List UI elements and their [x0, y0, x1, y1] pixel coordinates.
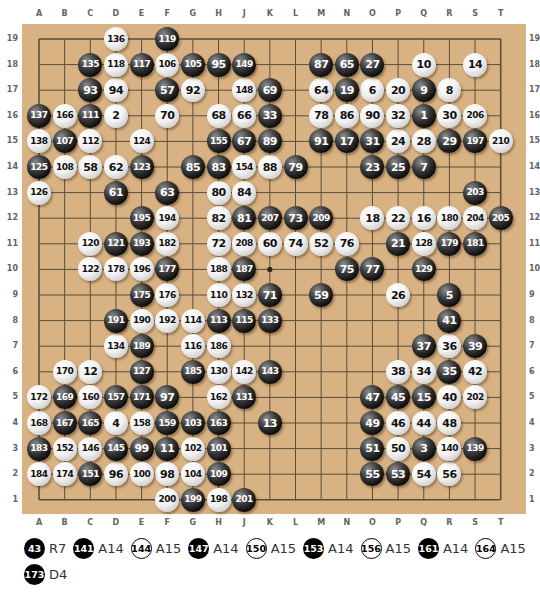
black-stone-icon: 43 [24, 538, 45, 559]
caption-point-label: R7 [49, 541, 66, 556]
stone-move-number: 105 [184, 60, 201, 69]
stone-move-number: 2 [112, 110, 119, 121]
stone-move-number: 169 [56, 393, 73, 402]
stone-move-number: 204 [466, 214, 483, 223]
stone[interactable]: 2 [104, 104, 128, 128]
stone-move-number: 78 [314, 110, 328, 121]
coordinate-label: 7 [529, 342, 540, 350]
caption-point-label: A14 [98, 541, 123, 556]
stone-move-number: 176 [159, 291, 176, 300]
coordinate-label: F [158, 10, 176, 18]
coordinate-label: 5 [2, 393, 18, 401]
stone[interactable]: 190 [130, 309, 154, 333]
stone-move-number: 40 [442, 392, 456, 403]
coordinate-label: H [210, 10, 228, 18]
coordinate-label: 2 [2, 470, 18, 478]
stone[interactable]: 28 [412, 129, 436, 153]
caption-entry: 147A14 [188, 538, 238, 559]
stone-move-number: 162 [210, 393, 227, 402]
stone-move-number: 42 [468, 366, 482, 377]
stone[interactable]: 62 [104, 155, 128, 179]
coordinate-label: S [466, 10, 484, 18]
stone[interactable]: 34 [412, 360, 436, 384]
stone[interactable]: 158 [130, 411, 154, 435]
coordinate-label: 14 [529, 163, 540, 171]
stone-move-number: 22 [391, 213, 405, 224]
stone[interactable]: 188 [207, 257, 231, 281]
stone[interactable]: 16 [412, 206, 436, 230]
stone-move-number: 140 [441, 444, 458, 453]
stone-move-number: 183 [30, 444, 47, 453]
coordinate-label: N [338, 10, 356, 18]
stone-move-number: 106 [159, 60, 176, 69]
stone-move-number: 30 [442, 110, 456, 121]
stone[interactable]: 196 [130, 257, 154, 281]
stone-move-number: 6 [369, 85, 376, 96]
stone-move-number: 182 [159, 239, 176, 248]
stone[interactable]: 154 [232, 155, 256, 179]
stone[interactable]: 111 [78, 104, 102, 128]
stone[interactable]: 15 [412, 385, 436, 409]
stone-move-number: 34 [417, 366, 431, 377]
stone[interactable]: 125 [27, 155, 51, 179]
caption-line-2: 173D4 [24, 564, 67, 585]
stone[interactable]: 66 [232, 104, 256, 128]
coordinate-label: 19 [529, 35, 540, 43]
stone[interactable]: 10 [412, 53, 436, 77]
coordinate-label: 6 [529, 368, 540, 376]
stone[interactable]: 102 [181, 437, 205, 461]
stone-move-number: 5 [446, 290, 453, 301]
stone-move-number: 165 [82, 419, 99, 428]
coordinate-label: A [30, 10, 48, 18]
stone-move-number: 12 [83, 366, 97, 377]
stone-move-number: 157 [107, 393, 124, 402]
stone-move-number: 57 [160, 85, 174, 96]
stone[interactable]: 50 [386, 437, 410, 461]
stone[interactable]: 26 [386, 283, 410, 307]
caption-point-label: A15 [500, 541, 525, 556]
stone[interactable]: 104 [181, 462, 205, 486]
stone[interactable]: 210 [489, 129, 513, 153]
stone-move-number: 130 [210, 367, 227, 376]
stone-move-number: 85 [186, 162, 200, 173]
stone-move-number: 20 [391, 85, 405, 96]
stone[interactable]: 208 [232, 232, 256, 256]
stone[interactable]: 175 [130, 283, 154, 307]
coordinate-label: 11 [2, 240, 18, 248]
stone[interactable]: 13 [258, 411, 282, 435]
stone-move-number: 67 [237, 136, 251, 147]
stone[interactable]: 142 [232, 360, 256, 384]
stone[interactable]: 205 [489, 206, 513, 230]
stone[interactable]: 168 [27, 411, 51, 435]
stone[interactable]: 117 [130, 53, 154, 77]
stone[interactable]: 166 [53, 104, 77, 128]
stone-move-number: 166 [56, 111, 73, 120]
stone-move-number: 16 [417, 213, 431, 224]
stone[interactable]: 171 [130, 385, 154, 409]
stone[interactable]: 146 [78, 437, 102, 461]
stone-move-number: 195 [133, 214, 150, 223]
stone-move-number: 86 [340, 110, 354, 121]
stone-move-number: 39 [468, 341, 482, 352]
stone[interactable]: 189 [130, 334, 154, 358]
stone[interactable]: 136 [104, 27, 128, 51]
stone[interactable]: 110 [207, 283, 231, 307]
stone[interactable]: 167 [53, 411, 77, 435]
stone[interactable]: 118 [104, 53, 128, 77]
stone-move-number: 121 [107, 239, 124, 248]
stone-move-number: 171 [133, 393, 150, 402]
stone[interactable]: 3 [412, 437, 436, 461]
stone[interactable]: 95 [207, 53, 231, 77]
stone-move-number: 154 [236, 163, 253, 172]
stone[interactable]: 174 [53, 462, 77, 486]
stone[interactable]: 54 [412, 462, 436, 486]
stone[interactable]: 183 [27, 437, 51, 461]
stone[interactable]: 192 [155, 309, 179, 333]
stone[interactable]: 80 [207, 181, 231, 205]
stone[interactable]: 60 [258, 232, 282, 256]
stone[interactable]: 106 [155, 53, 179, 77]
coordinate-label: O [363, 519, 381, 527]
stone[interactable]: 63 [155, 181, 179, 205]
caption-entry: 153A14 [303, 538, 353, 559]
stone[interactable]: 201 [232, 488, 256, 512]
stone-move-number: 158 [133, 419, 150, 428]
stone[interactable]: 185 [181, 360, 205, 384]
stone[interactable]: 127 [130, 360, 154, 384]
coordinate-label: N [338, 519, 356, 527]
stone-move-number: 58 [83, 162, 97, 173]
stone[interactable]: 72 [207, 232, 231, 256]
stone[interactable]: 135 [78, 53, 102, 77]
stone-move-number: 4 [112, 418, 119, 429]
stone[interactable]: 33 [258, 104, 282, 128]
stone-move-number: 107 [56, 137, 73, 146]
stone-move-number: 138 [30, 137, 47, 146]
stone[interactable]: 12 [78, 360, 102, 384]
stone[interactable]: 108 [53, 155, 77, 179]
stone[interactable]: 25 [386, 155, 410, 179]
coordinate-label: 13 [529, 189, 540, 197]
coordinate-label: 12 [529, 214, 540, 222]
caption-entry: 43R7 [24, 538, 66, 559]
stone[interactable]: 169 [53, 385, 77, 409]
stone[interactable]: 79 [284, 155, 308, 179]
stone[interactable]: 207 [258, 206, 282, 230]
stone-move-number: 175 [133, 291, 150, 300]
stone[interactable]: 32 [386, 104, 410, 128]
stone[interactable]: 162 [207, 385, 231, 409]
stone-move-number: 76 [340, 238, 354, 249]
stone[interactable]: 27 [360, 53, 384, 77]
stone[interactable]: 83 [207, 155, 231, 179]
white-stone-icon: 150 [246, 538, 267, 559]
coordinate-label: T [492, 519, 510, 527]
caption-point-label: D4 [49, 567, 67, 582]
caption-point-label: A14 [328, 541, 353, 556]
stone[interactable]: 94 [104, 78, 128, 102]
coordinate-label: G [184, 519, 202, 527]
stone-move-number: 15 [417, 392, 431, 403]
stone[interactable]: 44 [412, 411, 436, 435]
stone[interactable]: 155 [207, 129, 231, 153]
stone-move-number: 124 [133, 137, 150, 146]
stone[interactable]: 115 [232, 309, 256, 333]
stone[interactable]: 19 [335, 78, 359, 102]
stone[interactable]: 86 [335, 104, 359, 128]
stone-move-number: 98 [160, 469, 174, 480]
stone[interactable]: 41 [437, 309, 461, 333]
stone-move-number: 188 [210, 265, 227, 274]
stone[interactable]: 124 [130, 129, 154, 153]
stone-move-number: 191 [107, 316, 124, 325]
stone-move-number: 181 [466, 239, 483, 248]
stone-move-number: 109 [210, 470, 227, 479]
stone-move-number: 115 [236, 316, 253, 325]
stone[interactable]: 126 [27, 181, 51, 205]
coordinate-label: 18 [2, 61, 18, 69]
stone-move-number: 55 [365, 469, 379, 480]
stone[interactable]: 73 [284, 206, 308, 230]
coordinate-label: 4 [529, 419, 540, 427]
coordinate-label: Q [415, 519, 433, 527]
stone[interactable]: 14 [463, 53, 487, 77]
coordinate-label: B [56, 519, 74, 527]
stone-move-number: 100 [133, 470, 150, 479]
stone-move-number: 205 [492, 214, 509, 223]
stone[interactable]: 88 [258, 155, 282, 179]
stone[interactable]: 96 [104, 462, 128, 486]
stone[interactable]: 132 [232, 283, 256, 307]
coordinate-label: A [30, 519, 48, 527]
stone[interactable]: 85 [181, 155, 205, 179]
stone-move-number: 198 [210, 495, 227, 504]
stone-move-number: 123 [133, 163, 150, 172]
coordinate-label: L [287, 10, 305, 18]
stone[interactable]: 38 [386, 360, 410, 384]
stone[interactable]: 78 [309, 104, 333, 128]
stone[interactable]: 9 [412, 78, 436, 102]
stone-move-number: 46 [391, 418, 405, 429]
stone-move-number: 199 [184, 495, 201, 504]
coordinate-label: 6 [2, 368, 18, 376]
stone[interactable]: 68 [207, 104, 231, 128]
stone-move-number: 132 [236, 291, 253, 300]
coordinate-label: Q [415, 10, 433, 18]
stone[interactable]: 11 [155, 437, 179, 461]
stone[interactable]: 87 [309, 53, 333, 77]
stone[interactable]: 51 [360, 437, 384, 461]
stone-move-number: 87 [314, 59, 328, 70]
stone[interactable]: 182 [155, 232, 179, 256]
stone[interactable]: 65 [335, 53, 359, 77]
stone-move-number: 61 [109, 187, 123, 198]
stone-move-number: 35 [442, 366, 456, 377]
stone[interactable]: 206 [463, 104, 487, 128]
stone-move-number: 118 [107, 60, 124, 69]
stone-move-number: 159 [159, 419, 176, 428]
stone-move-number: 122 [82, 265, 99, 274]
stone-move-number: 27 [365, 59, 379, 70]
coordinate-label: 9 [2, 291, 18, 299]
stone-move-number: 32 [391, 110, 405, 121]
coordinate-label: C [81, 10, 99, 18]
stone-move-number: 88 [263, 162, 277, 173]
coordinate-label: 15 [2, 137, 18, 145]
stone[interactable]: 42 [463, 360, 487, 384]
stone[interactable]: 199 [181, 488, 205, 512]
coordinate-label: K [261, 519, 279, 527]
coordinate-label: R [440, 519, 458, 527]
stone[interactable]: 123 [130, 155, 154, 179]
stone[interactable]: 103 [181, 411, 205, 435]
coordinate-label: M [312, 519, 330, 527]
stone[interactable]: 129 [412, 257, 436, 281]
coordinate-label: 15 [529, 137, 540, 145]
stone[interactable]: 7 [412, 155, 436, 179]
stone[interactable]: 191 [104, 309, 128, 333]
stone[interactable]: 149 [232, 53, 256, 77]
stone[interactable]: 37 [412, 334, 436, 358]
black-stone-icon: 161 [418, 538, 439, 559]
stone-move-number: 185 [184, 367, 201, 376]
stone[interactable]: 203 [463, 181, 487, 205]
coordinate-label: D [107, 519, 125, 527]
stone[interactable]: 84 [232, 181, 256, 205]
stone[interactable]: 100 [130, 462, 154, 486]
stone-move-number: 91 [314, 136, 328, 147]
stone[interactable]: 186 [207, 334, 231, 358]
coordinate-label: 8 [529, 317, 540, 325]
coordinate-label: F [158, 519, 176, 527]
caption-line-1: 43R7141A14144A15147A14150A15153A14156A15… [24, 538, 526, 559]
stone[interactable]: 130 [207, 360, 231, 384]
stone-move-number: 192 [159, 316, 176, 325]
stone[interactable]: 52 [309, 232, 333, 256]
stone-move-number: 108 [56, 163, 73, 172]
stone[interactable]: 46 [386, 411, 410, 435]
stone-move-number: 128 [415, 239, 432, 248]
stone[interactable]: 139 [463, 437, 487, 461]
stone-move-number: 197 [466, 137, 483, 146]
stone[interactable]: 74 [284, 232, 308, 256]
stone-move-number: 193 [133, 239, 150, 248]
caption-entry: 164A15 [475, 538, 525, 559]
stone[interactable]: 143 [258, 360, 282, 384]
stone-move-number: 38 [391, 366, 405, 377]
stone-move-number: 194 [159, 214, 176, 223]
stone-move-number: 97 [160, 392, 174, 403]
stone[interactable]: 145 [104, 437, 128, 461]
coordinate-label: 1 [2, 496, 18, 504]
coordinate-label: E [133, 519, 151, 527]
stone-move-number: 101 [210, 444, 227, 453]
stone[interactable]: 69 [258, 78, 282, 102]
stone-move-number: 26 [391, 290, 405, 301]
stone[interactable]: 195 [130, 206, 154, 230]
stone[interactable]: 105 [181, 53, 205, 77]
stone[interactable]: 137 [27, 104, 51, 128]
stone[interactable]: 70 [155, 104, 179, 128]
stone[interactable]: 134 [104, 334, 128, 358]
caption-entry: 156A15 [361, 538, 411, 559]
stone-move-number: 117 [133, 60, 150, 69]
stone[interactable]: 193 [130, 232, 154, 256]
go-board[interactable]: 1234567891011121314151617181920212223242… [22, 24, 526, 514]
stone[interactable]: 170 [53, 360, 77, 384]
stone[interactable]: 184 [27, 462, 51, 486]
stone[interactable]: 92 [181, 78, 205, 102]
stone-move-number: 10 [417, 59, 431, 70]
stone-move-number: 48 [442, 418, 456, 429]
stone[interactable]: 163 [207, 411, 231, 435]
stone-move-number: 196 [133, 265, 150, 274]
coordinate-label: R [440, 10, 458, 18]
stone[interactable]: 120 [78, 232, 102, 256]
stone[interactable]: 107 [53, 129, 77, 153]
stone[interactable]: 101 [207, 437, 231, 461]
stone-move-number: 28 [417, 136, 431, 147]
coordinate-label: P [389, 519, 407, 527]
stone[interactable]: 61 [104, 181, 128, 205]
stone-move-number: 93 [83, 85, 97, 96]
stone-move-number: 90 [365, 110, 379, 121]
coordinate-label: E [133, 10, 151, 18]
stone[interactable]: 71 [258, 283, 282, 307]
stone[interactable]: 1 [412, 104, 436, 128]
stone[interactable]: 109 [207, 462, 231, 486]
stone[interactable]: 99 [130, 437, 154, 461]
stone-move-number: 19 [340, 85, 354, 96]
stone[interactable]: 21 [386, 232, 410, 256]
coordinate-label: 16 [2, 112, 18, 120]
coordinate-label: 1 [529, 496, 540, 504]
stone[interactable]: 59 [309, 283, 333, 307]
stone-move-number: 125 [30, 163, 47, 172]
stone[interactable]: 200 [155, 488, 179, 512]
stone[interactable]: 113 [207, 309, 231, 333]
stone[interactable]: 133 [258, 309, 282, 333]
stone[interactable]: 152 [53, 437, 77, 461]
stone-move-number: 63 [160, 187, 174, 198]
coordinate-label: K [261, 10, 279, 18]
stone[interactable]: 114 [181, 309, 205, 333]
stone-move-number: 80 [211, 187, 225, 198]
stone-move-number: 180 [441, 214, 458, 223]
stone-move-number: 112 [82, 137, 99, 146]
stone[interactable]: 82 [207, 206, 231, 230]
stone-move-number: 174 [56, 470, 73, 479]
stone[interactable]: 4 [104, 411, 128, 435]
stone[interactable]: 181 [463, 232, 487, 256]
stone[interactable]: 76 [335, 232, 359, 256]
stone-move-number: 177 [159, 265, 176, 274]
caption-point-label: A15 [386, 541, 411, 556]
stone-move-number: 113 [210, 316, 227, 325]
stone[interactable]: 140 [437, 437, 461, 461]
stone[interactable]: 128 [412, 232, 436, 256]
stone[interactable]: 121 [104, 232, 128, 256]
stone-move-number: 24 [391, 136, 405, 147]
stone-move-number: 134 [107, 342, 124, 351]
stone[interactable]: 198 [207, 488, 231, 512]
stone-move-number: 72 [211, 238, 225, 249]
stone[interactable]: 116 [181, 334, 205, 358]
stone-move-number: 81 [237, 213, 251, 224]
